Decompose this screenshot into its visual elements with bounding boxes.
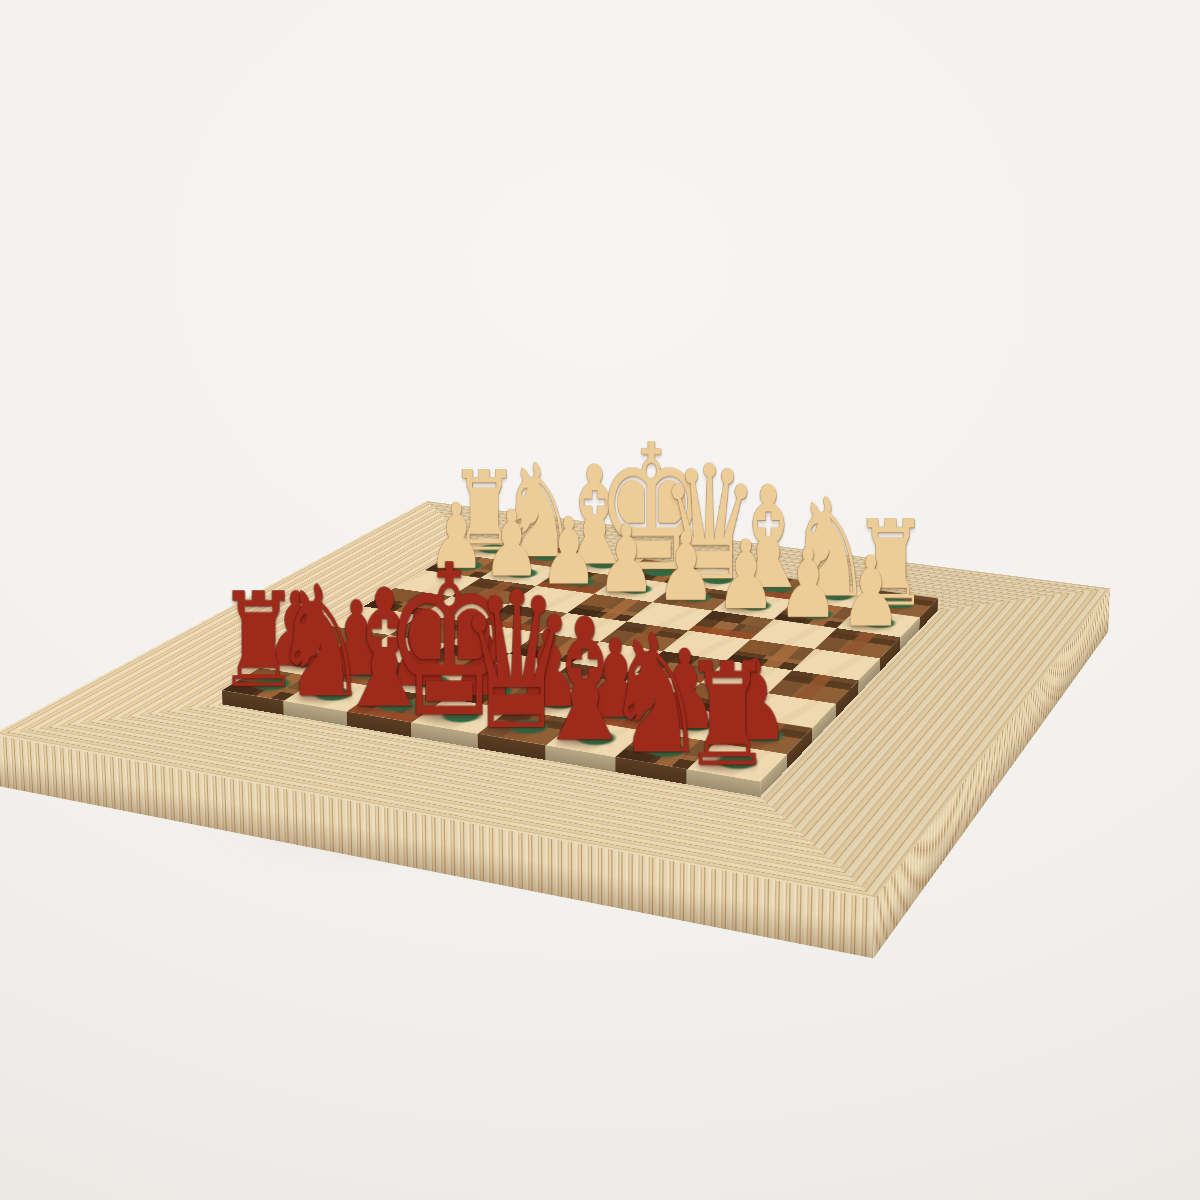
chess-board-base: ♜♞♝♚♛♝♞♜♟♟♟♟♟♟♟♟♟♟♟♟♟♟♟♟♜♞♝♚♛♝♞♜ (0, 501, 1110, 899)
piece-white-pawn-c2[interactable]: ♟ (716, 538, 776, 613)
piece-white-pawn-d2[interactable]: ♟ (656, 530, 715, 604)
studio-photo-page: { "meta": { "alt": "Studio photograph of… (0, 0, 1200, 1200)
piece-white-pawn-a2[interactable]: ♟ (840, 553, 901, 629)
piece-white-pawn-b2[interactable]: ♟ (778, 545, 839, 620)
scene: ♜♞♝♚♛♝♞♜♟♟♟♟♟♟♟♟♟♟♟♟♟♟♟♟♜♞♝♚♛♝♞♜ (0, 0, 1200, 1200)
piece-black-rook-a8[interactable]: ♜ (683, 660, 772, 771)
